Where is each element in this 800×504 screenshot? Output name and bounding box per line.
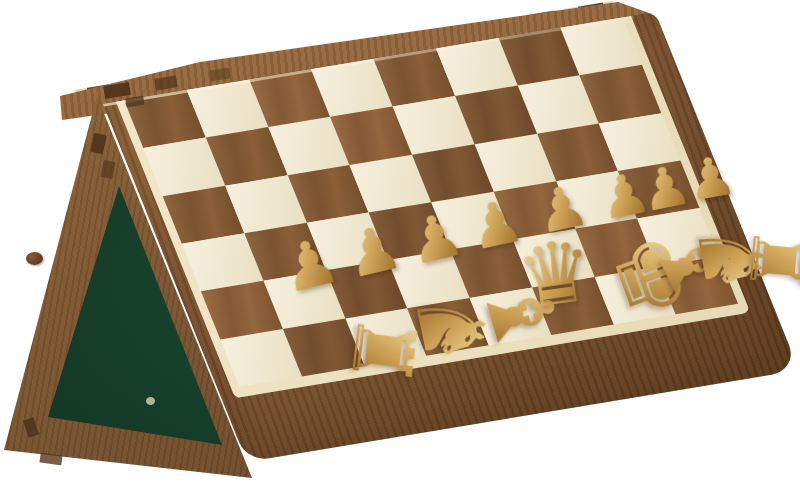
product-photo-scene: ♟♟♟♟♟♟♟♟♜♞♝♛♚♝♞♜	[0, 0, 800, 504]
chess-piece-white-pawn: ♟	[682, 147, 740, 210]
chess-piece-white-queen: ♛	[511, 226, 599, 322]
chess-piece-white-pawn: ♟	[274, 227, 345, 303]
chess-piece-white-pawn: ♟	[402, 202, 469, 274]
chess-piece-white-pawn: ♟	[339, 215, 407, 288]
pieces-layer: ♟♟♟♟♟♟♟♟♜♞♝♛♚♝♞♜	[0, 0, 800, 504]
chess-piece-white-rook: ♜	[737, 222, 800, 298]
